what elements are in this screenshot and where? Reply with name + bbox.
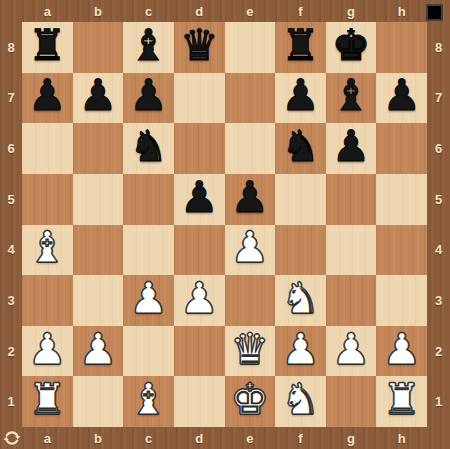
file-labels-bottom: abcdefgh xyxy=(22,427,427,449)
square-d8[interactable]: ♛ xyxy=(174,22,225,73)
chess-board-widget: abcdefgh 87654321 ♜♝♛♜♚♟♟♟♟♝♟♞♞♟♟♟♝♟♟♟♞♟… xyxy=(0,0,450,449)
piece-black-pawn[interactable]: ♟ xyxy=(332,125,371,168)
file-label-b: b xyxy=(73,0,124,22)
square-f2[interactable]: ♟ xyxy=(275,326,326,377)
square-b3[interactable] xyxy=(73,275,124,326)
square-h8[interactable] xyxy=(376,22,427,73)
square-e2[interactable]: ♛ xyxy=(225,326,276,377)
file-label-b: b xyxy=(73,427,124,449)
side-to-move-indicator xyxy=(426,4,443,21)
piece-black-knight[interactable]: ♞ xyxy=(281,125,320,168)
piece-white-pawn[interactable]: ♟ xyxy=(382,328,421,371)
square-e3[interactable] xyxy=(225,275,276,326)
rank-labels-left: 87654321 xyxy=(0,22,22,427)
square-e1[interactable]: ♚ xyxy=(225,376,276,427)
square-c4[interactable] xyxy=(123,225,174,276)
file-label-a: a xyxy=(22,0,73,22)
piece-black-knight[interactable]: ♞ xyxy=(129,125,168,168)
piece-white-pawn[interactable]: ♟ xyxy=(231,226,270,269)
square-d3[interactable]: ♟ xyxy=(174,275,225,326)
square-b4[interactable] xyxy=(73,225,124,276)
piece-black-king[interactable]: ♚ xyxy=(332,24,371,67)
square-f4[interactable] xyxy=(275,225,326,276)
file-label-c: c xyxy=(123,427,174,449)
square-e8[interactable] xyxy=(225,22,276,73)
square-f7[interactable]: ♟ xyxy=(275,73,326,124)
rank-label-4: 4 xyxy=(427,225,450,276)
file-label-g: g xyxy=(326,0,377,22)
rank-label-2: 2 xyxy=(0,326,22,377)
file-label-d: d xyxy=(174,0,225,22)
file-label-e: e xyxy=(225,427,276,449)
square-a8[interactable]: ♜ xyxy=(22,22,73,73)
square-c1[interactable]: ♝ xyxy=(123,376,174,427)
rank-label-7: 7 xyxy=(427,73,450,124)
square-e4[interactable]: ♟ xyxy=(225,225,276,276)
rank-label-5: 5 xyxy=(427,174,450,225)
square-f6[interactable]: ♞ xyxy=(275,123,326,174)
file-label-d: d xyxy=(174,427,225,449)
rank-label-8: 8 xyxy=(0,22,22,73)
square-c2[interactable] xyxy=(123,326,174,377)
file-label-a: a xyxy=(22,427,73,449)
square-b5[interactable] xyxy=(73,174,124,225)
square-h6[interactable] xyxy=(376,123,427,174)
rank-label-1: 1 xyxy=(427,376,450,427)
piece-white-knight[interactable]: ♞ xyxy=(281,378,320,421)
piece-white-pawn[interactable]: ♟ xyxy=(180,277,219,320)
rank-label-1: 1 xyxy=(0,376,22,427)
piece-black-bishop[interactable]: ♝ xyxy=(332,74,371,117)
square-d1[interactable] xyxy=(174,376,225,427)
square-f5[interactable] xyxy=(275,174,326,225)
square-b8[interactable] xyxy=(73,22,124,73)
file-label-h: h xyxy=(376,0,427,22)
square-f3[interactable]: ♞ xyxy=(275,275,326,326)
square-a5[interactable] xyxy=(22,174,73,225)
square-b7[interactable]: ♟ xyxy=(73,73,124,124)
piece-white-bishop[interactable]: ♝ xyxy=(129,378,168,421)
square-a4[interactable]: ♝ xyxy=(22,225,73,276)
flip-board-button[interactable] xyxy=(2,428,21,447)
square-g3[interactable] xyxy=(326,275,377,326)
square-a7[interactable]: ♟ xyxy=(22,73,73,124)
square-g2[interactable]: ♟ xyxy=(326,326,377,377)
square-g8[interactable]: ♚ xyxy=(326,22,377,73)
piece-white-king[interactable]: ♚ xyxy=(231,378,270,421)
square-e5[interactable]: ♟ xyxy=(225,174,276,225)
square-c5[interactable] xyxy=(123,174,174,225)
rank-label-6: 6 xyxy=(427,123,450,174)
piece-white-pawn[interactable]: ♟ xyxy=(79,328,118,371)
square-a1[interactable]: ♜ xyxy=(22,376,73,427)
rank-label-3: 3 xyxy=(427,275,450,326)
rank-label-6: 6 xyxy=(0,123,22,174)
piece-black-rook[interactable]: ♜ xyxy=(281,24,320,67)
square-h7[interactable]: ♟ xyxy=(376,73,427,124)
piece-black-queen[interactable]: ♛ xyxy=(180,24,219,67)
piece-black-pawn[interactable]: ♟ xyxy=(180,176,219,219)
square-a3[interactable] xyxy=(22,275,73,326)
piece-black-pawn[interactable]: ♟ xyxy=(79,74,118,117)
square-h2[interactable]: ♟ xyxy=(376,326,427,377)
rank-label-3: 3 xyxy=(0,275,22,326)
chess-board: ♜♝♛♜♚♟♟♟♟♝♟♞♞♟♟♟♝♟♟♟♞♟♟♛♟♟♟♜♝♚♞♜ xyxy=(22,22,427,427)
piece-white-bishop[interactable]: ♝ xyxy=(28,226,67,269)
rank-label-5: 5 xyxy=(0,174,22,225)
piece-black-pawn[interactable]: ♟ xyxy=(231,176,270,219)
file-label-g: g xyxy=(326,427,377,449)
piece-white-rook[interactable]: ♜ xyxy=(382,378,421,421)
file-label-c: c xyxy=(123,0,174,22)
square-g4[interactable] xyxy=(326,225,377,276)
piece-black-rook[interactable]: ♜ xyxy=(28,24,67,67)
square-g5[interactable] xyxy=(326,174,377,225)
square-e6[interactable] xyxy=(225,123,276,174)
square-g6[interactable]: ♟ xyxy=(326,123,377,174)
piece-black-pawn[interactable]: ♟ xyxy=(28,74,67,117)
square-e7[interactable] xyxy=(225,73,276,124)
square-c6[interactable]: ♞ xyxy=(123,123,174,174)
piece-white-knight[interactable]: ♞ xyxy=(281,277,320,320)
square-a2[interactable]: ♟ xyxy=(22,326,73,377)
square-c3[interactable]: ♟ xyxy=(123,275,174,326)
square-c7[interactable]: ♟ xyxy=(123,73,174,124)
square-b2[interactable]: ♟ xyxy=(73,326,124,377)
square-h3[interactable] xyxy=(376,275,427,326)
rank-label-8: 8 xyxy=(427,22,450,73)
square-d4[interactable] xyxy=(174,225,225,276)
piece-black-bishop[interactable]: ♝ xyxy=(129,24,168,67)
square-h4[interactable] xyxy=(376,225,427,276)
piece-white-pawn[interactable]: ♟ xyxy=(281,328,320,371)
square-b1[interactable] xyxy=(73,376,124,427)
square-g7[interactable]: ♝ xyxy=(326,73,377,124)
file-label-e: e xyxy=(225,0,276,22)
piece-white-rook[interactable]: ♜ xyxy=(28,378,67,421)
square-d6[interactable] xyxy=(174,123,225,174)
square-d2[interactable] xyxy=(174,326,225,377)
square-d7[interactable] xyxy=(174,73,225,124)
square-b6[interactable] xyxy=(73,123,124,174)
file-label-h: h xyxy=(376,427,427,449)
piece-black-pawn[interactable]: ♟ xyxy=(281,74,320,117)
flip-board-icon xyxy=(3,429,21,447)
square-h5[interactable] xyxy=(376,174,427,225)
rank-label-4: 4 xyxy=(0,225,22,276)
rank-labels-right: 87654321 xyxy=(427,22,450,427)
file-label-f: f xyxy=(275,0,326,22)
file-labels-top: abcdefgh xyxy=(22,0,427,22)
square-f1[interactable]: ♞ xyxy=(275,376,326,427)
piece-white-pawn[interactable]: ♟ xyxy=(28,328,67,371)
square-g1[interactable] xyxy=(326,376,377,427)
piece-white-pawn[interactable]: ♟ xyxy=(332,328,371,371)
rank-label-2: 2 xyxy=(427,326,450,377)
file-label-f: f xyxy=(275,427,326,449)
piece-white-pawn[interactable]: ♟ xyxy=(129,277,168,320)
square-f8[interactable]: ♜ xyxy=(275,22,326,73)
rank-label-7: 7 xyxy=(0,73,22,124)
square-a6[interactable] xyxy=(22,123,73,174)
square-c8[interactable]: ♝ xyxy=(123,22,174,73)
piece-black-pawn[interactable]: ♟ xyxy=(129,74,168,117)
square-h1[interactable]: ♜ xyxy=(376,376,427,427)
piece-white-queen[interactable]: ♛ xyxy=(231,328,270,371)
square-d5[interactable]: ♟ xyxy=(174,174,225,225)
piece-black-pawn[interactable]: ♟ xyxy=(382,74,421,117)
